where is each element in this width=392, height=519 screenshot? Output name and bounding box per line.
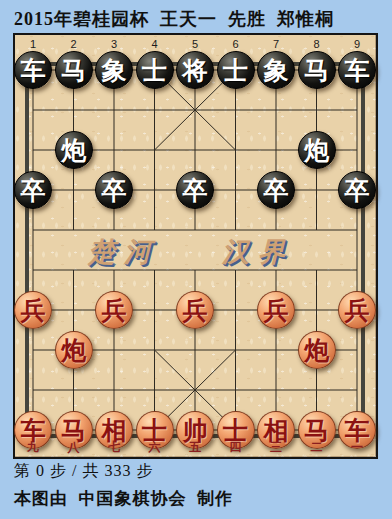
- piece-black-马-c7r0[interactable]: 马: [298, 51, 336, 89]
- file-number-bottom-9: 一: [346, 439, 368, 456]
- game-title: 2015年碧桂园杯 王天一 先胜 郑惟桐: [14, 7, 386, 31]
- piece-black-卒-c8r3[interactable]: 卒: [338, 171, 376, 209]
- piece-black-卒-c2r3[interactable]: 卒: [95, 171, 133, 209]
- file-number-bottom-7: 三: [265, 439, 287, 456]
- piece-black-卒-c0r3[interactable]: 卒: [14, 171, 52, 209]
- file-number-bottom-6: 四: [225, 439, 247, 456]
- piece-red-炮-c1r7[interactable]: 炮: [55, 331, 93, 369]
- file-number-bottom-2: 八: [63, 439, 85, 456]
- file-number-top-7: 7: [266, 38, 286, 50]
- move-status: 第 0 步 / 共 333 步: [14, 461, 153, 482]
- piece-red-兵-c4r6[interactable]: 兵: [176, 291, 214, 329]
- file-number-bottom-1: 九: [22, 439, 44, 456]
- piece-black-炮-c7r2[interactable]: 炮: [298, 131, 336, 169]
- file-number-top-4: 4: [145, 38, 165, 50]
- river-text-left: 楚河: [88, 234, 160, 270]
- file-number-bottom-8: 二: [306, 439, 328, 456]
- piece-black-象-c6r0[interactable]: 象: [257, 51, 295, 89]
- piece-black-炮-c1r2[interactable]: 炮: [55, 131, 93, 169]
- piece-red-兵-c2r6[interactable]: 兵: [95, 291, 133, 329]
- piece-black-卒-c4r3[interactable]: 卒: [176, 171, 214, 209]
- file-number-top-3: 3: [104, 38, 124, 50]
- piece-black-士-c3r0[interactable]: 士: [136, 51, 174, 89]
- credit-text: 本图由 中国象棋协会 制作: [14, 487, 233, 510]
- piece-red-兵-c6r6[interactable]: 兵: [257, 291, 295, 329]
- piece-black-车-c0r0[interactable]: 车: [14, 51, 52, 89]
- river-text-right: 汉界: [222, 234, 294, 270]
- piece-black-将-c4r0[interactable]: 将: [176, 51, 214, 89]
- piece-black-象-c2r0[interactable]: 象: [95, 51, 133, 89]
- xiangqi-board: 123456789 楚河 汉界 车马象士将士象马车炮炮卒卒卒卒卒兵兵兵兵兵炮炮车…: [13, 33, 378, 459]
- file-number-top-5: 5: [185, 38, 205, 50]
- file-number-top-8: 8: [307, 38, 327, 50]
- file-number-bottom-5: 五: [184, 439, 206, 456]
- viewer-window: 2015年碧桂园杯 王天一 先胜 郑惟桐 123456789 楚河 汉界 车马象…: [0, 0, 392, 519]
- piece-black-马-c1r0[interactable]: 马: [55, 51, 93, 89]
- piece-red-炮-c7r7[interactable]: 炮: [298, 331, 336, 369]
- board-grid: [15, 35, 376, 457]
- piece-red-兵-c0r6[interactable]: 兵: [14, 291, 52, 329]
- piece-red-兵-c8r6[interactable]: 兵: [338, 291, 376, 329]
- piece-black-车-c8r0[interactable]: 车: [338, 51, 376, 89]
- file-number-bottom-3: 七: [103, 439, 125, 456]
- piece-black-士-c5r0[interactable]: 士: [217, 51, 255, 89]
- file-number-top-9: 9: [347, 38, 367, 50]
- file-number-bottom-4: 六: [144, 439, 166, 456]
- piece-black-卒-c6r3[interactable]: 卒: [257, 171, 295, 209]
- file-number-top-1: 1: [23, 38, 43, 50]
- file-number-top-2: 2: [64, 38, 84, 50]
- file-number-top-6: 6: [226, 38, 246, 50]
